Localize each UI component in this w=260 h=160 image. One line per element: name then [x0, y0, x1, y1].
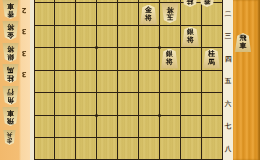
piece-1d-sente-knight[interactable]: 桂馬: [203, 49, 221, 69]
gote-hand-knight-count: 3: [20, 70, 28, 78]
grid-line: [34, 159, 223, 160]
star-point: [158, 46, 161, 49]
grid-line: [117, 0, 118, 160]
sente-hand-rook[interactable]: 飛車: [235, 33, 252, 52]
piece-5b-sente-gold[interactable]: 金将: [140, 5, 158, 25]
rank-label-2: 二: [224, 10, 232, 18]
rank-label-column: 二 三 四 五 六 七 八: [223, 0, 234, 160]
piece-2c-sente-silver[interactable]: 銀将: [182, 27, 200, 47]
grid-line: [159, 0, 160, 160]
shogi-board[interactable]: 香車 桂馬 玉将 金将 銀将 銀将 桂馬: [34, 0, 223, 160]
rank-label-7: 七: [224, 122, 232, 130]
grid-line: [34, 137, 223, 138]
gote-hand-silver-count: 3: [20, 49, 28, 57]
piece-4d-sente-silver[interactable]: 銀将: [161, 49, 179, 69]
gote-hand-rook[interactable]: 飛車: [2, 107, 19, 126]
shogi-app-screen: 香車 2 金将 3 銀将 3 桂馬 3 角行 飛車 歩兵: [0, 0, 260, 160]
grid-line: [138, 0, 139, 160]
rank-label-3: 三: [224, 32, 232, 40]
gote-hand-lance[interactable]: 香車: [2, 0, 19, 19]
piece-4b-gote-king[interactable]: 玉将: [161, 3, 179, 23]
grid-line: [54, 0, 55, 160]
gote-hand-pawn[interactable]: 歩兵: [3, 130, 16, 145]
rank-label-8: 八: [224, 145, 232, 153]
gote-captured-tray: 香車 2 金将 3 銀将 3 桂馬 3 角行 飛車 歩兵: [0, 0, 30, 160]
grid-line: [34, 70, 223, 71]
gote-hand-silver[interactable]: 銀将: [2, 43, 19, 62]
star-point: [95, 46, 98, 49]
grid-line: [34, 47, 223, 48]
rank-label-5: 五: [224, 77, 232, 85]
grid-line: [180, 0, 181, 160]
gote-hand-knight[interactable]: 桂馬: [2, 64, 19, 83]
gote-hand-bishop[interactable]: 角行: [2, 86, 19, 105]
rank-label-4: 四: [224, 55, 232, 63]
rank-label-6: 六: [224, 100, 232, 108]
star-point: [158, 114, 161, 117]
grid-line: [201, 0, 202, 160]
grid-line: [96, 0, 97, 160]
grid-line: [75, 0, 76, 160]
grid-line: [34, 92, 223, 93]
gote-hand-gold[interactable]: 金将: [2, 21, 19, 40]
star-point: [95, 114, 98, 117]
grid-line: [34, 115, 223, 116]
gote-hand-lance-count: 2: [20, 6, 28, 14]
grid-line: [34, 0, 35, 160]
sente-captured-tray: 飛車: [233, 0, 260, 160]
grid-line: [34, 25, 223, 26]
gote-hand-gold-count: 3: [20, 27, 28, 35]
